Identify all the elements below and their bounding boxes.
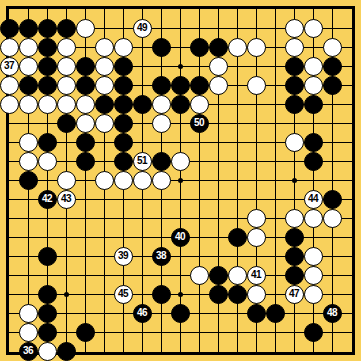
stone-white[interactable] <box>304 76 323 95</box>
stone-white[interactable] <box>152 171 171 190</box>
move-number: 37 <box>4 61 14 71</box>
stone-white[interactable] <box>0 38 19 57</box>
stone-white[interactable] <box>38 342 57 361</box>
stone-black[interactable]: 50 <box>190 114 209 133</box>
stone-white[interactable] <box>57 76 76 95</box>
stone-white[interactable] <box>247 38 266 57</box>
stone-white[interactable] <box>19 38 38 57</box>
stone-white[interactable] <box>323 209 342 228</box>
stone-black[interactable] <box>171 304 190 323</box>
stone-black[interactable] <box>152 38 171 57</box>
stone-black[interactable] <box>285 266 304 285</box>
stone-black[interactable] <box>76 323 95 342</box>
stone-white[interactable]: 37 <box>0 57 19 76</box>
stone-black[interactable]: 40 <box>171 228 190 247</box>
stone-black[interactable] <box>57 19 76 38</box>
stone-white[interactable] <box>304 247 323 266</box>
stone-black[interactable] <box>209 285 228 304</box>
stone-white[interactable]: 51 <box>133 152 152 171</box>
stone-white[interactable] <box>190 266 209 285</box>
star-point <box>64 292 69 297</box>
stone-black[interactable]: 48 <box>323 304 342 323</box>
star-point <box>292 178 297 183</box>
stone-white[interactable]: 47 <box>285 285 304 304</box>
stone-white[interactable] <box>209 76 228 95</box>
stone-black[interactable] <box>19 76 38 95</box>
stone-black[interactable] <box>304 323 323 342</box>
star-point <box>178 292 183 297</box>
stone-white[interactable] <box>76 95 95 114</box>
stone-black[interactable] <box>38 57 57 76</box>
stone-white[interactable] <box>0 76 19 95</box>
move-number: 41 <box>251 270 261 280</box>
star-point <box>178 178 183 183</box>
move-number: 40 <box>175 232 185 242</box>
stone-black[interactable] <box>76 152 95 171</box>
move-number: 43 <box>61 194 71 204</box>
stone-white[interactable] <box>247 209 266 228</box>
stone-white[interactable] <box>209 57 228 76</box>
stone-white[interactable] <box>228 266 247 285</box>
stone-black[interactable] <box>114 152 133 171</box>
move-number: 46 <box>137 308 147 318</box>
stone-white[interactable] <box>133 171 152 190</box>
stone-white[interactable] <box>95 38 114 57</box>
stone-white[interactable] <box>95 76 114 95</box>
stone-white[interactable] <box>0 95 19 114</box>
stone-black[interactable]: 36 <box>19 342 38 361</box>
stone-white[interactable] <box>304 266 323 285</box>
stone-black[interactable] <box>304 95 323 114</box>
stone-black[interactable] <box>152 76 171 95</box>
stone-white[interactable] <box>228 38 247 57</box>
stone-black[interactable] <box>247 304 266 323</box>
stone-black[interactable] <box>323 57 342 76</box>
stone-black[interactable] <box>114 133 133 152</box>
stone-black[interactable] <box>114 95 133 114</box>
stone-white[interactable] <box>76 114 95 133</box>
stone-black[interactable] <box>285 228 304 247</box>
stone-black[interactable] <box>323 190 342 209</box>
stone-white[interactable] <box>152 95 171 114</box>
stone-black[interactable] <box>209 38 228 57</box>
stone-white[interactable] <box>190 95 209 114</box>
stone-black[interactable] <box>76 57 95 76</box>
stone-white[interactable] <box>304 285 323 304</box>
stone-black[interactable] <box>38 285 57 304</box>
stone-black[interactable] <box>38 247 57 266</box>
grid-line <box>9 332 352 333</box>
stone-white[interactable] <box>76 19 95 38</box>
stone-black[interactable] <box>285 76 304 95</box>
stone-black[interactable] <box>190 38 209 57</box>
stone-black[interactable] <box>323 76 342 95</box>
stone-black[interactable]: 42 <box>38 190 57 209</box>
move-number: 51 <box>137 156 147 166</box>
stone-black[interactable] <box>285 57 304 76</box>
stone-white[interactable] <box>152 114 171 133</box>
stone-black[interactable] <box>76 76 95 95</box>
stone-white[interactable] <box>114 171 133 190</box>
stone-white[interactable]: 43 <box>57 190 76 209</box>
stone-white[interactable] <box>19 152 38 171</box>
move-number: 44 <box>308 194 318 204</box>
stone-white[interactable] <box>38 95 57 114</box>
stone-black[interactable] <box>152 285 171 304</box>
move-number: 48 <box>327 308 337 318</box>
move-number: 49 <box>137 23 147 33</box>
stone-black[interactable] <box>114 57 133 76</box>
stone-white[interactable] <box>247 285 266 304</box>
stone-black[interactable] <box>0 19 19 38</box>
stone-black[interactable] <box>19 19 38 38</box>
stone-white[interactable] <box>171 152 190 171</box>
stone-white[interactable] <box>19 304 38 323</box>
stone-white[interactable] <box>285 38 304 57</box>
stone-white[interactable] <box>95 114 114 133</box>
move-number: 45 <box>118 289 128 299</box>
stone-black[interactable] <box>304 133 323 152</box>
stone-white[interactable] <box>57 57 76 76</box>
stone-white[interactable] <box>304 209 323 228</box>
stone-white[interactable]: 41 <box>247 266 266 285</box>
grid-line <box>199 9 200 352</box>
stone-white[interactable] <box>95 171 114 190</box>
stone-black[interactable] <box>171 76 190 95</box>
stone-white[interactable]: 44 <box>304 190 323 209</box>
stone-black[interactable]: 46 <box>133 304 152 323</box>
stone-white[interactable]: 49 <box>133 19 152 38</box>
stone-white[interactable] <box>304 19 323 38</box>
stone-black[interactable] <box>76 133 95 152</box>
stone-white[interactable] <box>285 133 304 152</box>
stone-white[interactable] <box>38 152 57 171</box>
move-number: 38 <box>156 251 166 261</box>
stone-black[interactable] <box>209 266 228 285</box>
stone-black[interactable] <box>228 228 247 247</box>
stone-black[interactable] <box>152 152 171 171</box>
stone-white[interactable] <box>57 171 76 190</box>
stone-black[interactable] <box>38 133 57 152</box>
stone-white[interactable] <box>19 133 38 152</box>
move-number: 42 <box>42 194 52 204</box>
stone-white[interactable] <box>19 323 38 342</box>
stone-black[interactable] <box>304 152 323 171</box>
star-point <box>178 64 183 69</box>
stone-black[interactable] <box>38 323 57 342</box>
stone-white[interactable] <box>285 209 304 228</box>
stone-white[interactable]: 39 <box>114 247 133 266</box>
stone-black[interactable] <box>114 76 133 95</box>
stone-black[interactable] <box>19 171 38 190</box>
stone-white[interactable] <box>114 38 133 57</box>
stone-black[interactable] <box>266 304 285 323</box>
stone-white[interactable] <box>57 38 76 57</box>
stone-white[interactable] <box>247 228 266 247</box>
stone-black[interactable] <box>228 285 247 304</box>
stone-black[interactable] <box>38 304 57 323</box>
stone-black[interactable] <box>114 114 133 133</box>
stone-black[interactable] <box>171 95 190 114</box>
stone-black[interactable] <box>38 76 57 95</box>
stone-black[interactable] <box>133 95 152 114</box>
stone-black[interactable] <box>95 95 114 114</box>
stone-white[interactable] <box>247 76 266 95</box>
move-number: 36 <box>23 346 33 356</box>
stone-white[interactable] <box>57 95 76 114</box>
move-number: 47 <box>289 289 299 299</box>
stone-white[interactable] <box>323 38 342 57</box>
stone-white[interactable] <box>304 57 323 76</box>
stone-black[interactable] <box>190 76 209 95</box>
move-number: 50 <box>194 118 204 128</box>
stone-black[interactable] <box>285 95 304 114</box>
stone-black[interactable] <box>38 19 57 38</box>
stone-black[interactable] <box>38 38 57 57</box>
stone-black[interactable] <box>285 247 304 266</box>
stone-black[interactable] <box>57 114 76 133</box>
stone-white[interactable]: 45 <box>114 285 133 304</box>
grid-line <box>275 9 276 352</box>
stone-white[interactable] <box>285 19 304 38</box>
stone-black[interactable] <box>57 342 76 361</box>
stone-white[interactable] <box>19 57 38 76</box>
go-board[interactable]: 49375051424344403938414547464836 <box>0 0 361 361</box>
stone-white[interactable] <box>95 57 114 76</box>
stone-white[interactable] <box>19 95 38 114</box>
stone-black[interactable]: 38 <box>152 247 171 266</box>
move-number: 39 <box>118 251 128 261</box>
